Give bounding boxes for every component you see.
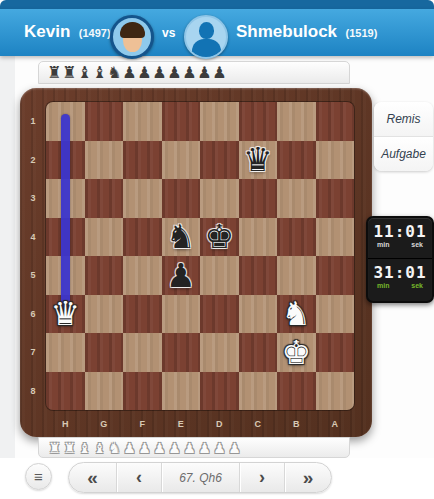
captured-black-piece: ♟ bbox=[167, 65, 182, 81]
captured-white-piece: ♟ bbox=[227, 441, 242, 455]
captured-black-piece: ♟ bbox=[152, 65, 167, 81]
captured-black-piece: ♟ bbox=[137, 65, 152, 81]
rank-label-6: 6 bbox=[20, 295, 46, 334]
players-header: Kevin (1497) vs Shmebulock (1519) bbox=[0, 9, 434, 56]
previous-move-button[interactable]: ‹ bbox=[116, 463, 161, 492]
black-player-avatar bbox=[184, 15, 228, 59]
file-label-c: C bbox=[239, 410, 278, 437]
captured-white-pieces-tray: ♜♜♝♝♞♟♟♟♟♟♟♟♟ bbox=[38, 437, 350, 458]
move-navigation-bar: ≡ « ‹ 67. Qh6 › » bbox=[0, 458, 434, 499]
clock-bottom-display: 31:01 min sek bbox=[368, 258, 432, 298]
file-label-b: B bbox=[277, 410, 316, 437]
rank-labels: 12345678 bbox=[20, 102, 46, 410]
white-knight-b6[interactable]: ♞ bbox=[277, 295, 316, 334]
black-pawn-e5[interactable]: ♟ bbox=[162, 256, 201, 295]
captured-black-piece: ♟ bbox=[212, 65, 227, 81]
captured-white-piece: ♟ bbox=[167, 441, 182, 455]
captured-black-piece: ♜ bbox=[62, 65, 77, 81]
move-nav-pill: « ‹ 67. Qh6 › » bbox=[68, 462, 332, 493]
white-queen-h6[interactable]: ♛ bbox=[46, 295, 85, 334]
captured-black-piece: ♟ bbox=[182, 65, 197, 81]
captured-black-piece: ♜ bbox=[47, 65, 62, 81]
clock-top-display: 11:01 min sek bbox=[368, 218, 432, 258]
rank-label-7: 7 bbox=[20, 333, 46, 372]
captured-white-piece: ♝ bbox=[77, 441, 92, 455]
captured-black-piece: ♝ bbox=[92, 65, 107, 81]
avatar-hair-top bbox=[120, 22, 145, 38]
last-move-arrow bbox=[61, 114, 70, 321]
black-player-rating: (1519) bbox=[346, 27, 378, 39]
clock-bottom-min-label: min bbox=[377, 282, 389, 289]
captured-white-piece: ♜ bbox=[62, 441, 77, 455]
file-label-f: F bbox=[123, 410, 162, 437]
rank-label-5: 5 bbox=[20, 256, 46, 295]
header-top-strip bbox=[0, 0, 434, 9]
file-label-a: A bbox=[316, 410, 355, 437]
rank-label-4: 4 bbox=[20, 218, 46, 257]
black-player-label: Shmebulock (1519) bbox=[236, 22, 377, 42]
last-move-button[interactable]: » bbox=[284, 463, 331, 492]
clock-top-time: 11:01 bbox=[368, 222, 432, 241]
pieces-overlay: ♛♚♞♟♛♞♚ bbox=[46, 102, 354, 410]
white-player-label: Kevin (1497) bbox=[24, 22, 111, 42]
file-label-e: E bbox=[162, 410, 201, 437]
black-player-name: Shmebulock bbox=[236, 22, 337, 41]
rank-label-2: 2 bbox=[20, 141, 46, 180]
rank-label-1: 1 bbox=[20, 102, 46, 141]
captured-white-piece: ♝ bbox=[92, 441, 107, 455]
white-player-name: Kevin bbox=[24, 22, 70, 41]
menu-icon[interactable]: ≡ bbox=[25, 463, 52, 490]
game-actions-panel: Remis Aufgabe bbox=[374, 102, 433, 171]
file-labels: HGFEDCBA bbox=[46, 410, 354, 437]
captured-white-piece: ♟ bbox=[212, 441, 227, 455]
captured-white-piece: ♟ bbox=[137, 441, 152, 455]
clock-bottom-time: 31:01 bbox=[368, 263, 432, 282]
clock-top-min-label: min bbox=[377, 241, 389, 248]
game-screen: Kevin (1497) vs Shmebulock (1519) ♜♜♝♝♞♟… bbox=[0, 0, 434, 499]
rank-label-8: 8 bbox=[20, 372, 46, 411]
white-king-b7[interactable]: ♚ bbox=[277, 333, 316, 372]
resign-button[interactable]: Aufgabe bbox=[374, 137, 433, 171]
captured-white-piece: ♟ bbox=[152, 441, 167, 455]
captured-black-piece: ♟ bbox=[122, 65, 137, 81]
avatar-silhouette-body bbox=[192, 39, 221, 59]
captured-white-piece: ♜ bbox=[47, 441, 62, 455]
clock-top-sek-label: sek bbox=[411, 241, 423, 248]
next-move-button[interactable]: › bbox=[239, 463, 284, 492]
file-label-d: D bbox=[200, 410, 239, 437]
black-knight-e4[interactable]: ♞ bbox=[162, 218, 201, 257]
black-queen-c2[interactable]: ♛ bbox=[239, 141, 278, 180]
current-move-label: 67. Qh6 bbox=[161, 463, 239, 492]
avatar-silhouette-head bbox=[199, 22, 214, 39]
captured-white-piece: ♟ bbox=[182, 441, 197, 455]
captured-black-piece: ♞ bbox=[107, 65, 122, 81]
captured-white-piece: ♟ bbox=[197, 441, 212, 455]
vs-label: vs bbox=[162, 26, 175, 40]
game-clock: 11:01 min sek 31:01 min sek bbox=[366, 216, 434, 303]
captured-white-piece: ♞ bbox=[107, 441, 122, 455]
white-player-rating: (1497) bbox=[79, 27, 111, 39]
white-player-avatar bbox=[110, 15, 154, 59]
clock-bottom-sek-label: sek bbox=[411, 282, 423, 289]
rank-label-3: 3 bbox=[20, 179, 46, 218]
captured-black-piece: ♟ bbox=[197, 65, 212, 81]
captured-black-piece: ♝ bbox=[77, 65, 92, 81]
black-king-d4[interactable]: ♚ bbox=[200, 218, 239, 257]
file-label-h: H bbox=[46, 410, 85, 437]
first-move-button[interactable]: « bbox=[69, 463, 116, 492]
captured-white-piece: ♟ bbox=[122, 441, 137, 455]
chess-board: 12345678 HGFEDCBA ♛♚♞♟♛♞♚ bbox=[20, 88, 372, 437]
captured-black-pieces-tray: ♜♜♝♝♞♟♟♟♟♟♟♟ bbox=[38, 61, 350, 84]
page-margin bbox=[0, 56, 15, 499]
draw-offer-button[interactable]: Remis bbox=[374, 102, 433, 137]
file-label-g: G bbox=[85, 410, 124, 437]
